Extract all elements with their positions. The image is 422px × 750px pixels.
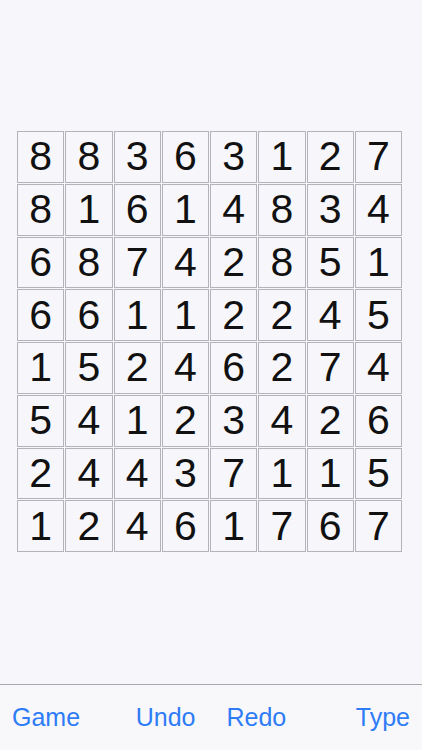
- grid-cell-r6c1[interactable]: 5: [17, 395, 64, 447]
- grid-cell-r8c3[interactable]: 4: [114, 500, 161, 552]
- grid-cell-r3c7[interactable]: 5: [307, 237, 354, 289]
- grid-cell-r2c4[interactable]: 1: [162, 184, 209, 236]
- grid-cell-r7c7[interactable]: 1: [307, 448, 354, 500]
- grid-cell-r3c1[interactable]: 6: [17, 237, 64, 289]
- grid-cell-r3c4[interactable]: 4: [162, 237, 209, 289]
- grid-cell-r3c5[interactable]: 2: [210, 237, 257, 289]
- bottom-toolbar: Game Undo Redo Type: [0, 684, 422, 750]
- grid-cell-r1c2[interactable]: 8: [65, 131, 112, 183]
- grid-cell-r7c2[interactable]: 4: [65, 448, 112, 500]
- grid-cell-r4c6[interactable]: 2: [258, 289, 305, 341]
- grid-cell-r7c5[interactable]: 7: [210, 448, 257, 500]
- grid-cell-r5c1[interactable]: 1: [17, 342, 64, 394]
- grid-cell-r6c2[interactable]: 4: [65, 395, 112, 447]
- grid-cell-r5c2[interactable]: 5: [65, 342, 112, 394]
- grid-cell-r8c8[interactable]: 7: [355, 500, 402, 552]
- grid-cell-r5c6[interactable]: 2: [258, 342, 305, 394]
- type-button[interactable]: Type: [356, 705, 410, 730]
- grid-cell-r2c8[interactable]: 4: [355, 184, 402, 236]
- grid-cell-r5c7[interactable]: 7: [307, 342, 354, 394]
- grid-cell-r8c2[interactable]: 2: [65, 500, 112, 552]
- grid-cell-r2c1[interactable]: 8: [17, 184, 64, 236]
- grid-cell-r8c6[interactable]: 7: [258, 500, 305, 552]
- grid-cell-r2c7[interactable]: 3: [307, 184, 354, 236]
- grid-cell-r5c4[interactable]: 4: [162, 342, 209, 394]
- grid-cell-r6c5[interactable]: 3: [210, 395, 257, 447]
- grid-cell-r8c4[interactable]: 6: [162, 500, 209, 552]
- undo-redo-group: Undo Redo: [136, 705, 287, 730]
- grid-cell-r4c2[interactable]: 6: [65, 289, 112, 341]
- grid-cell-r1c1[interactable]: 8: [17, 131, 64, 183]
- grid-cell-r3c6[interactable]: 8: [258, 237, 305, 289]
- grid-cell-r5c3[interactable]: 2: [114, 342, 161, 394]
- undo-button[interactable]: Undo: [136, 705, 196, 730]
- grid-cell-r6c6[interactable]: 4: [258, 395, 305, 447]
- grid-cell-r7c3[interactable]: 4: [114, 448, 161, 500]
- grid-cell-r4c5[interactable]: 2: [210, 289, 257, 341]
- grid-cell-r4c8[interactable]: 5: [355, 289, 402, 341]
- grid-cell-r4c7[interactable]: 4: [307, 289, 354, 341]
- app-screen: 8836312781614834687428516611224515246274…: [0, 0, 422, 750]
- grid-cell-r1c5[interactable]: 3: [210, 131, 257, 183]
- grid-cell-r7c1[interactable]: 2: [17, 448, 64, 500]
- grid-cell-r7c4[interactable]: 3: [162, 448, 209, 500]
- grid-cell-r8c1[interactable]: 1: [17, 500, 64, 552]
- puzzle-grid: 8836312781614834687428516611224515246274…: [17, 131, 402, 552]
- grid-cell-r6c3[interactable]: 1: [114, 395, 161, 447]
- grid-cell-r8c7[interactable]: 6: [307, 500, 354, 552]
- grid-cell-r2c3[interactable]: 6: [114, 184, 161, 236]
- game-button[interactable]: Game: [12, 705, 80, 730]
- grid-cell-r4c3[interactable]: 1: [114, 289, 161, 341]
- grid-cell-r6c4[interactable]: 2: [162, 395, 209, 447]
- grid-cell-r3c2[interactable]: 8: [65, 237, 112, 289]
- grid-cell-r6c8[interactable]: 6: [355, 395, 402, 447]
- grid-cell-r5c5[interactable]: 6: [210, 342, 257, 394]
- grid-cell-r3c3[interactable]: 7: [114, 237, 161, 289]
- grid-cell-r6c7[interactable]: 2: [307, 395, 354, 447]
- grid-cell-r1c6[interactable]: 1: [258, 131, 305, 183]
- grid-cell-r1c7[interactable]: 2: [307, 131, 354, 183]
- grid-cell-r4c4[interactable]: 1: [162, 289, 209, 341]
- grid-cell-r2c2[interactable]: 1: [65, 184, 112, 236]
- grid-cell-r7c8[interactable]: 5: [355, 448, 402, 500]
- grid-cell-r2c5[interactable]: 4: [210, 184, 257, 236]
- grid-cell-r2c6[interactable]: 8: [258, 184, 305, 236]
- redo-button[interactable]: Redo: [227, 705, 287, 730]
- grid-cell-r8c5[interactable]: 1: [210, 500, 257, 552]
- grid-cell-r1c8[interactable]: 7: [355, 131, 402, 183]
- grid-cell-r4c1[interactable]: 6: [17, 289, 64, 341]
- grid-cell-r5c8[interactable]: 4: [355, 342, 402, 394]
- grid-cell-r1c4[interactable]: 6: [162, 131, 209, 183]
- grid-cell-r1c3[interactable]: 3: [114, 131, 161, 183]
- grid-cell-r3c8[interactable]: 1: [355, 237, 402, 289]
- grid-cell-r7c6[interactable]: 1: [258, 448, 305, 500]
